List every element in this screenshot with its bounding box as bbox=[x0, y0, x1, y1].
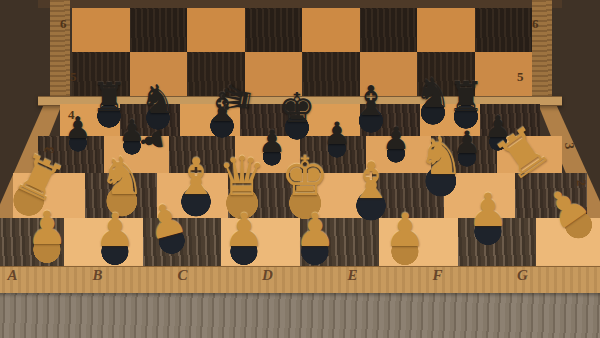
piece-white-pawn-e1[interactable]: ♟ bbox=[287, 206, 342, 268]
back-half-left-border bbox=[50, 0, 70, 96]
square-e6[interactable] bbox=[302, 8, 360, 52]
chess-photo: ABCDEFGH 6 5 4 3 6 5 3 2 ♜♞♝♛♚♝♞♜♟♟♟♟♟♟♟… bbox=[0, 0, 600, 338]
file-label-a: A bbox=[0, 267, 55, 293]
board-back-frame bbox=[38, 0, 562, 8]
file-labels-border: ABCDEFGH bbox=[0, 266, 600, 293]
piece-black-pawn-a3[interactable]: ♟ bbox=[60, 112, 96, 153]
board-row-rank6 bbox=[72, 8, 532, 52]
back-half-right-border bbox=[532, 0, 552, 96]
file-label-e: E bbox=[310, 267, 395, 293]
square-a6[interactable] bbox=[72, 8, 130, 52]
file-label-c: C bbox=[140, 267, 225, 293]
rank-label-6-right: 6 bbox=[532, 16, 539, 32]
square-g6[interactable] bbox=[417, 8, 475, 52]
rank-label-5-right: 5 bbox=[517, 69, 524, 85]
square-h6[interactable] bbox=[475, 8, 533, 52]
piece-white-pawn-f1[interactable]: ♟ bbox=[377, 206, 432, 268]
piece-white-pawn-g1[interactable]: ♟ bbox=[460, 186, 515, 248]
piece-black-queen-d4[interactable]: ♛ bbox=[214, 73, 272, 127]
rank-label-6-left: 6 bbox=[60, 16, 67, 32]
square-f6[interactable] bbox=[360, 8, 418, 52]
square-b6[interactable] bbox=[130, 8, 188, 52]
square-d6[interactable] bbox=[245, 8, 303, 52]
rank-label-5-left: 5 bbox=[70, 69, 77, 85]
piece-white-pawn-b1[interactable]: ♟ bbox=[87, 206, 142, 268]
file-label-f: F bbox=[395, 267, 480, 293]
piece-white-pawn-d1[interactable]: ♟ bbox=[216, 206, 271, 268]
rank-label-3-right: 3 bbox=[561, 142, 578, 150]
file-label-g: G bbox=[480, 267, 565, 293]
file-label-d: D bbox=[225, 267, 310, 293]
square-c6[interactable] bbox=[187, 8, 245, 52]
piece-white-pawn-a1[interactable]: ♟ bbox=[19, 204, 74, 266]
file-label-b: B bbox=[55, 267, 140, 293]
file-label-h: H bbox=[565, 267, 600, 293]
